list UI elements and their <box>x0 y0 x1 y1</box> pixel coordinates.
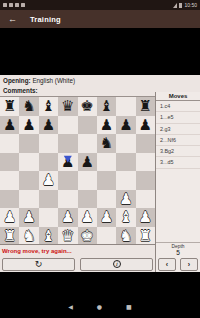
black-pawn: ♟ <box>116 116 135 135</box>
move-item[interactable]: 2.g3 <box>156 124 200 135</box>
square-e8[interactable]: ♚ <box>78 97 97 116</box>
moves-panel: Moves 1.c41...e52.g32...Nf63.Bg23...d5 D… <box>155 92 200 272</box>
square-f2[interactable]: ♟ <box>97 208 116 227</box>
info-button[interactable]: i <box>80 258 153 271</box>
status-bar: 10:50 <box>0 0 200 10</box>
square-d8[interactable]: ♛ <box>58 97 77 116</box>
square-b3[interactable] <box>19 190 38 209</box>
square-e5[interactable]: ♟ <box>78 153 97 172</box>
square-f8[interactable]: ♝ <box>97 97 116 116</box>
square-h4[interactable] <box>136 171 155 190</box>
clock: 10:50 <box>184 3 197 8</box>
next-move-button[interactable]: › <box>180 258 198 271</box>
square-b1[interactable]: ♞ <box>19 227 38 246</box>
square-g8[interactable] <box>116 97 135 116</box>
nav-home-icon[interactable]: ● <box>97 304 102 310</box>
comments-label: Comments: <box>3 87 38 94</box>
white-pawn: ♟ <box>58 208 77 227</box>
square-a1[interactable]: ♜ <box>0 227 19 246</box>
white-pawn: ♟ <box>19 208 38 227</box>
square-d5[interactable]: ♟ <box>58 153 77 172</box>
white-pawn: ♟ <box>78 208 97 227</box>
square-b6[interactable] <box>19 134 38 153</box>
square-a8[interactable]: ♜ <box>0 97 19 116</box>
square-a5[interactable] <box>0 153 19 172</box>
white-knight: ♞ <box>116 227 135 246</box>
notification-icon <box>21 3 25 7</box>
square-b7[interactable]: ♟ <box>19 116 38 135</box>
square-c4[interactable]: ♟ <box>39 171 58 190</box>
move-item[interactable]: 2...Nf6 <box>156 135 200 146</box>
black-pawn: ♟ <box>19 116 38 135</box>
square-d2[interactable]: ♟ <box>58 208 77 227</box>
square-h5[interactable] <box>136 153 155 172</box>
square-h8[interactable]: ♜ <box>136 97 155 116</box>
square-b2[interactable]: ♟ <box>19 208 38 227</box>
white-pawn: ♟ <box>97 208 116 227</box>
battery-icon <box>179 3 182 8</box>
square-e2[interactable]: ♟ <box>78 208 97 227</box>
app-bar: ← Training <box>0 10 200 28</box>
square-c6[interactable] <box>39 134 58 153</box>
square-e6[interactable] <box>78 134 97 153</box>
opening-line: Opening: English (White) <box>3 76 155 86</box>
black-pawn: ♟ <box>78 153 97 172</box>
notification-icon <box>15 3 19 7</box>
square-e1[interactable]: ♚ <box>78 227 97 246</box>
square-g7[interactable]: ♟ <box>116 116 135 135</box>
square-h3[interactable] <box>136 190 155 209</box>
black-pawn: ♟ <box>58 153 77 172</box>
square-b5[interactable] <box>19 153 38 172</box>
square-a7[interactable]: ♟ <box>0 116 19 135</box>
notification-icon <box>9 3 13 7</box>
white-bishop: ♝ <box>39 227 58 246</box>
square-d7[interactable] <box>58 116 77 135</box>
depth-value: 5 <box>156 249 200 256</box>
white-rook: ♜ <box>0 227 19 246</box>
white-bishop: ♝ <box>116 208 135 227</box>
move-item[interactable]: 3.Bg2 <box>156 146 200 157</box>
square-e4[interactable] <box>78 171 97 190</box>
square-g1[interactable]: ♞ <box>116 227 135 246</box>
back-arrow-icon[interactable]: ← <box>8 15 17 24</box>
opening-info: Opening: English (White) Comments: <box>0 75 155 96</box>
square-a4[interactable] <box>0 171 19 190</box>
square-c7[interactable]: ♟ <box>39 116 58 135</box>
square-f1[interactable] <box>97 227 116 246</box>
black-pawn: ♟ <box>136 116 155 135</box>
black-rook: ♜ <box>0 97 19 116</box>
signal-icon <box>173 3 177 8</box>
square-g3[interactable]: ♟ <box>116 190 135 209</box>
white-pawn: ♟ <box>116 190 135 209</box>
square-d4[interactable] <box>58 171 77 190</box>
toolbar: ↻ i <box>0 256 155 272</box>
retry-button[interactable]: ↻ <box>2 258 75 271</box>
square-a3[interactable] <box>0 190 19 209</box>
square-h6[interactable] <box>136 134 155 153</box>
black-rook: ♜ <box>136 97 155 116</box>
white-pawn: ♟ <box>39 171 58 190</box>
square-a2[interactable]: ♟ <box>0 208 19 227</box>
comments-line: Comments: <box>3 86 155 96</box>
refresh-icon: ↻ <box>35 260 43 269</box>
square-f3[interactable] <box>97 190 116 209</box>
black-king: ♚ <box>78 97 97 116</box>
white-queen: ♛ <box>58 227 77 246</box>
square-f6[interactable]: ♞ <box>97 134 116 153</box>
nav-recents-icon[interactable]: ■ <box>126 304 132 310</box>
square-d1[interactable]: ♛ <box>58 227 77 246</box>
notification-icons <box>3 3 25 7</box>
square-f7[interactable]: ♟ <box>97 116 116 135</box>
square-d6[interactable] <box>58 134 77 153</box>
square-c8[interactable]: ♝ <box>39 97 58 116</box>
square-f5[interactable] <box>97 153 116 172</box>
white-pawn: ♟ <box>0 208 19 227</box>
move-item[interactable]: 1...e5 <box>156 112 200 123</box>
message-bar: Wrong move, try again... <box>0 244 155 256</box>
moves-list: 1.c41...e52.g32...Nf63.Bg23...d5 <box>156 101 200 169</box>
white-pawn: ♟ <box>136 208 155 227</box>
move-item[interactable]: 1.c4 <box>156 101 200 112</box>
moves-header: Moves <box>156 92 200 101</box>
black-bishop: ♝ <box>39 97 58 116</box>
chess-board[interactable]: ♜♞♝♛♚♝♜♟♟♟♟♟♟♞♟♟♟♟♟♟♟♟♟♝♟♜♞♝♛♚♞♜ <box>0 96 155 245</box>
previous-move-button[interactable]: ‹ <box>158 258 176 271</box>
black-pawn: ♟ <box>0 116 19 135</box>
info-icon: i <box>113 260 121 268</box>
opening-label: Opening: <box>3 77 31 84</box>
black-knight: ♞ <box>97 134 116 153</box>
square-f4[interactable] <box>97 171 116 190</box>
black-bishop: ♝ <box>97 97 116 116</box>
wrong-move-message: Wrong move, try again... <box>2 248 72 254</box>
black-pawn: ♟ <box>39 116 58 135</box>
square-g5[interactable] <box>116 153 135 172</box>
black-pawn: ♟ <box>97 116 116 135</box>
opening-value: English (White) <box>31 77 75 84</box>
square-c2[interactable] <box>39 208 58 227</box>
top-spacer <box>0 28 200 75</box>
square-g4[interactable] <box>116 171 135 190</box>
page-title: Training <box>30 15 61 24</box>
square-e3[interactable] <box>78 190 97 209</box>
black-knight: ♞ <box>19 97 38 116</box>
depth-box: Depth 5 <box>156 242 200 256</box>
square-b4[interactable] <box>19 171 38 190</box>
square-g6[interactable] <box>116 134 135 153</box>
square-b8[interactable]: ♞ <box>19 97 38 116</box>
square-h1[interactable]: ♜ <box>136 227 155 246</box>
white-rook: ♜ <box>136 227 155 246</box>
square-a6[interactable] <box>0 134 19 153</box>
square-h7[interactable]: ♟ <box>136 116 155 135</box>
android-nav-bar: ◀ ● ■ <box>0 300 200 314</box>
notification-icon <box>3 3 7 7</box>
square-c3[interactable] <box>39 190 58 209</box>
white-knight: ♞ <box>19 227 38 246</box>
square-h2[interactable]: ♟ <box>136 208 155 227</box>
white-king: ♚ <box>78 227 97 246</box>
square-d3[interactable] <box>58 190 77 209</box>
move-item[interactable]: 3...d5 <box>156 157 200 168</box>
square-e7[interactable] <box>78 116 97 135</box>
nav-back-icon[interactable]: ◀ <box>68 304 73 310</box>
square-c5[interactable] <box>39 153 58 172</box>
square-g2[interactable]: ♝ <box>116 208 135 227</box>
square-c1[interactable]: ♝ <box>39 227 58 246</box>
black-queen: ♛ <box>58 97 77 116</box>
